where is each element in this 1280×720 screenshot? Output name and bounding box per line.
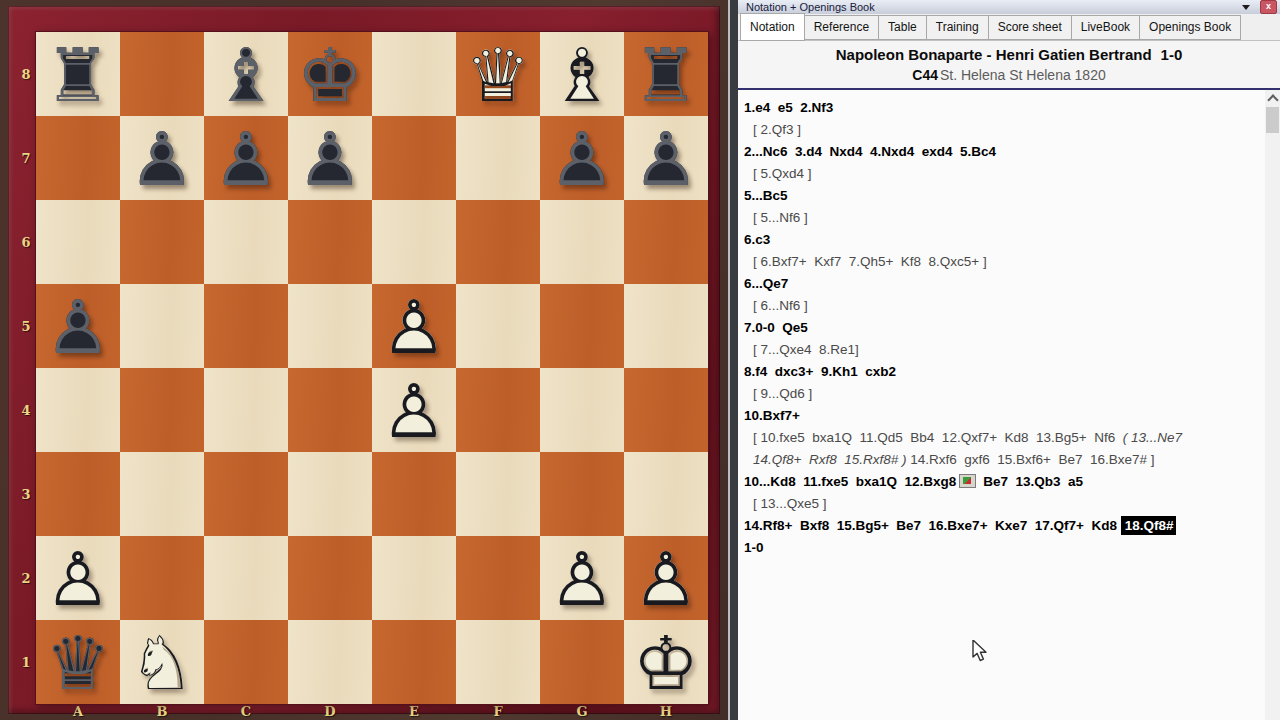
- rank-label-6: 6: [16, 200, 36, 284]
- square-a5[interactable]: ♟♙: [36, 284, 120, 368]
- piece-outline: ♗: [540, 32, 624, 116]
- square-b2[interactable]: [120, 536, 204, 620]
- notation-line[interactable]: 1-0: [744, 537, 1280, 559]
- mainline-moves[interactable]: 6...Qe7: [744, 276, 788, 291]
- file-label-d: D: [288, 703, 372, 720]
- piece-outline: ♘: [120, 620, 204, 704]
- square-c2[interactable]: [204, 536, 288, 620]
- rank-label-4: 4: [16, 368, 36, 452]
- square-c6[interactable]: [204, 200, 288, 284]
- tab-training[interactable]: Training: [926, 15, 988, 40]
- square-f2[interactable]: [456, 536, 540, 620]
- square-e6[interactable]: [372, 200, 456, 284]
- panel-title: Notation + Openings Book: [746, 0, 875, 14]
- notation-line[interactable]: 6...Qe7: [744, 273, 1280, 295]
- square-a2[interactable]: ♟♙: [36, 536, 120, 620]
- piece-outline: ♖: [624, 32, 708, 116]
- notation-area[interactable]: 1.e4 e5 2.Nf3[ 2.Qf3 ]2...Nc6 3.d4 Nxd4 …: [738, 90, 1280, 720]
- piece-outline: ♙: [372, 284, 456, 368]
- players-text: Napoleon Bonaparte - Henri Gatien Bertra…: [836, 46, 1152, 63]
- notation-line[interactable]: 7.0-0 Qe5: [744, 317, 1280, 339]
- square-d6[interactable]: [288, 200, 372, 284]
- tab-score-sheet[interactable]: Score sheet: [988, 15, 1071, 40]
- variation-moves[interactable]: [ 9...Qd6 ]: [753, 386, 812, 401]
- piece-white-king[interactable]: ♚♔: [624, 620, 708, 704]
- piece-black-pawn[interactable]: ♟♙: [288, 116, 372, 200]
- piece-outline: ♙: [204, 116, 288, 200]
- notation-line[interactable]: [ 6.Bxf7+ Kxf7 7.Qh5+ Kf8 8.Qxc5+ ]: [744, 251, 1280, 273]
- piece-white-bishop[interactable]: ♝♗: [540, 32, 624, 116]
- piece-outline: ♙: [540, 116, 624, 200]
- notation-line[interactable]: 10.Bxf7+: [744, 405, 1280, 427]
- mainline-moves[interactable]: Be7 13.Qb3 a5: [979, 474, 1083, 489]
- mainline-moves[interactable]: 7.0-0 Qe5: [744, 320, 808, 335]
- tab-openings-book[interactable]: Openings Book: [1139, 15, 1241, 40]
- variation-moves[interactable]: [ 6...Nf6 ]: [753, 298, 808, 313]
- square-c7[interactable]: ♟♙: [204, 116, 288, 200]
- square-a8[interactable]: ♜♖: [36, 32, 120, 116]
- mainline-moves[interactable]: 1.e4 e5 2.Nf3: [744, 100, 833, 115]
- game-event: C44St. Helena St Helena 1820: [738, 66, 1280, 85]
- square-h7[interactable]: ♟♙: [624, 116, 708, 200]
- square-a6[interactable]: [36, 200, 120, 284]
- square-d7[interactable]: ♟♙: [288, 116, 372, 200]
- square-g4[interactable]: [540, 368, 624, 452]
- square-b1[interactable]: ♞♘: [120, 620, 204, 704]
- piece-black-king[interactable]: ♚♔: [288, 32, 372, 116]
- square-b8[interactable]: [120, 32, 204, 116]
- square-d5[interactable]: [288, 284, 372, 368]
- notation-line[interactable]: 14.Qf8+ Rxf8 15.Rxf8# ) 14.Rxf6 gxf6 15.…: [744, 449, 1280, 471]
- mainline-moves[interactable]: 2...Nc6 3.d4 Nxd4 4.Nxd4 exd4 5.Bc4: [744, 144, 996, 159]
- piece-white-queen[interactable]: ♛♕: [456, 32, 540, 116]
- square-b4[interactable]: [120, 368, 204, 452]
- square-d1[interactable]: [288, 620, 372, 704]
- piece-black-pawn[interactable]: ♟♙: [540, 116, 624, 200]
- square-d4[interactable]: [288, 368, 372, 452]
- square-g2[interactable]: ♟♙: [540, 536, 624, 620]
- piece-outline: ♙: [624, 116, 708, 200]
- square-e7[interactable]: [372, 116, 456, 200]
- square-e8[interactable]: [372, 32, 456, 116]
- tab-livebook[interactable]: LiveBook: [1071, 15, 1139, 40]
- piece-white-pawn[interactable]: ♟♙: [36, 536, 120, 620]
- square-d8[interactable]: ♚♔: [288, 32, 372, 116]
- square-b3[interactable]: [120, 452, 204, 536]
- file-label-g: G: [540, 703, 624, 720]
- square-d2[interactable]: [288, 536, 372, 620]
- square-f7[interactable]: [456, 116, 540, 200]
- close-icon[interactable]: x: [1260, 0, 1277, 14]
- game-result: 1-0: [1161, 46, 1183, 63]
- piece-black-pawn[interactable]: ♟♙: [624, 116, 708, 200]
- piece-white-pawn[interactable]: ♟♙: [372, 368, 456, 452]
- square-d3[interactable]: [288, 452, 372, 536]
- square-a7[interactable]: [36, 116, 120, 200]
- rank-labels: 87654321: [16, 32, 36, 704]
- tab-reference[interactable]: Reference: [805, 15, 878, 40]
- notation-line[interactable]: [ 5.Qxd4 ]: [744, 163, 1280, 185]
- variation-moves[interactable]: [ 5...Nf6 ]: [753, 210, 808, 225]
- square-g6[interactable]: [540, 200, 624, 284]
- variation-moves[interactable]: [ 6.Bxf7+ Kxf7 7.Qh5+ Kf8 8.Qxc5+ ]: [753, 254, 987, 269]
- piece-black-pawn[interactable]: ♟♙: [36, 284, 120, 368]
- piece-outline: ♙: [288, 116, 372, 200]
- piece-black-queen[interactable]: ♛♕: [36, 620, 120, 704]
- mainline-moves[interactable]: 5...Bc5: [744, 188, 788, 203]
- scrollbar[interactable]: [1265, 90, 1280, 720]
- piece-outline: ♙: [36, 536, 120, 620]
- variation-moves[interactable]: [ 5.Qxd4 ]: [753, 166, 812, 181]
- square-h6[interactable]: [624, 200, 708, 284]
- square-a4[interactable]: [36, 368, 120, 452]
- app-window: 87654321 ABCDEFGH ♜♖♝♗♚♔♛♕♝♗♜♖♟♙♟♙♟♙♟♙♟♙…: [0, 0, 1280, 720]
- variation-moves[interactable]: 14.Rxf6 gxf6 15.Bxf6+ Be7 16.Bxe7# ]: [910, 452, 1154, 467]
- piece-black-bishop[interactable]: ♝♗: [204, 32, 288, 116]
- square-b6[interactable]: [120, 200, 204, 284]
- square-e5[interactable]: ♟♙: [372, 284, 456, 368]
- rank-label-7: 7: [16, 116, 36, 200]
- piece-outline: ♙: [540, 536, 624, 620]
- piece-outline: ♙: [624, 536, 708, 620]
- variation-moves[interactable]: ( 13...Ne7: [1123, 430, 1182, 445]
- event-text: St. Helena St Helena 1820: [940, 67, 1106, 83]
- current-move[interactable]: 18.Qf8#: [1121, 516, 1177, 535]
- square-a3[interactable]: [36, 452, 120, 536]
- mainline-moves[interactable]: 6.c3: [744, 232, 770, 247]
- notation-line[interactable]: 8.f4 dxc3+ 9.Kh1 cxb2: [744, 361, 1280, 383]
- square-h5[interactable]: [624, 284, 708, 368]
- mouse-cursor: [972, 640, 992, 664]
- square-g7[interactable]: ♟♙: [540, 116, 624, 200]
- mainline-moves[interactable]: 10.Bxf7+: [744, 408, 800, 423]
- square-f1[interactable]: [456, 620, 540, 704]
- square-e4[interactable]: ♟♙: [372, 368, 456, 452]
- notation-line[interactable]: [ 10.fxe5 bxa1Q 11.Qd5 Bb4 12.Qxf7+ Kd8 …: [744, 427, 1280, 449]
- variation-moves[interactable]: 14.Qf8+ Rxf8 15.Rxf8# ): [753, 452, 910, 467]
- piece-black-pawn[interactable]: ♟♙: [204, 116, 288, 200]
- square-e1[interactable]: [372, 620, 456, 704]
- piece-white-knight[interactable]: ♞♘: [120, 620, 204, 704]
- variation-moves[interactable]: [ 13...Qxe5 ]: [753, 496, 827, 511]
- notation-line[interactable]: [ 9...Qd6 ]: [744, 383, 1280, 405]
- notation-line[interactable]: 2...Nc6 3.d4 Nxd4 4.Nxd4 exd4 5.Bc4: [744, 141, 1280, 163]
- square-c8[interactable]: ♝♗: [204, 32, 288, 116]
- piece-black-rook[interactable]: ♜♖: [624, 32, 708, 116]
- square-e2[interactable]: [372, 536, 456, 620]
- notation-panel: Notation + Openings Book x NotationRefer…: [738, 0, 1280, 720]
- mainline-moves[interactable]: 10...Kd8 11.fxe5 bxa1Q 12.Bxg8: [744, 474, 956, 489]
- dropdown-caret-icon[interactable]: [1242, 5, 1250, 14]
- mainline-moves[interactable]: 14.Rf8+ Bxf8 15.Bg5+ Be7 16.Bxe7+ Kxe7 1…: [744, 518, 1121, 533]
- game-players: Napoleon Bonaparte - Henri Gatien Bertra…: [738, 44, 1280, 66]
- square-h8[interactable]: ♜♖: [624, 32, 708, 116]
- piece-black-rook[interactable]: ♜♖: [36, 32, 120, 116]
- square-h3[interactable]: [624, 452, 708, 536]
- square-f6[interactable]: [456, 200, 540, 284]
- tab-bar: NotationReferenceTableTrainingScore shee…: [738, 14, 1280, 41]
- square-c4[interactable]: [204, 368, 288, 452]
- square-c5[interactable]: [204, 284, 288, 368]
- square-f8[interactable]: ♛♕: [456, 32, 540, 116]
- piece-white-pawn[interactable]: ♟♙: [372, 284, 456, 368]
- panel-titlebar[interactable]: Notation + Openings Book x: [738, 0, 1280, 14]
- square-f4[interactable]: [456, 368, 540, 452]
- square-c3[interactable]: [204, 452, 288, 536]
- file-label-e: E: [372, 703, 456, 720]
- rank-label-2: 2: [16, 536, 36, 620]
- square-h4[interactable]: [624, 368, 708, 452]
- piece-white-pawn[interactable]: ♟♙: [540, 536, 624, 620]
- square-h2[interactable]: ♟♙: [624, 536, 708, 620]
- notation-line[interactable]: [ 13...Qxe5 ]: [744, 493, 1280, 515]
- piece-outline: ♙: [36, 284, 120, 368]
- notation-line[interactable]: [ 5...Nf6 ]: [744, 207, 1280, 229]
- tab-table[interactable]: Table: [878, 15, 926, 40]
- pane-divider[interactable]: [730, 0, 738, 720]
- variation-moves[interactable]: [ 10.fxe5 bxa1Q 11.Qd5 Bb4 12.Qxf7+ Kd8 …: [753, 430, 1123, 445]
- piece-outline: ♙: [120, 116, 204, 200]
- piece-outline: ♕: [36, 620, 120, 704]
- square-a1[interactable]: ♛♕: [36, 620, 120, 704]
- piece-outline: ♖: [36, 32, 120, 116]
- file-label-f: F: [456, 703, 540, 720]
- square-g5[interactable]: [540, 284, 624, 368]
- notation-line[interactable]: 1.e4 e5 2.Nf3: [744, 97, 1280, 119]
- notation-line[interactable]: 10...Kd8 11.fxe5 bxa1Q 12.Bxg8 Be7 13.Qb…: [744, 471, 1280, 493]
- eco-code: C44: [912, 67, 938, 83]
- square-b7[interactable]: ♟♙: [120, 116, 204, 200]
- notation-line[interactable]: 14.Rf8+ Bxf8 15.Bg5+ Be7 16.Bxe7+ Kxe7 1…: [744, 515, 1280, 537]
- piece-outline: ♔: [288, 32, 372, 116]
- board-pane: 87654321 ABCDEFGH ♜♖♝♗♚♔♛♕♝♗♜♖♟♙♟♙♟♙♟♙♟♙…: [0, 0, 728, 720]
- diagram-annotation-icon[interactable]: [959, 474, 976, 488]
- rank-label-8: 8: [16, 32, 36, 116]
- piece-outline: ♔: [624, 620, 708, 704]
- mainline-moves[interactable]: 1-0: [744, 540, 764, 555]
- square-b5[interactable]: [120, 284, 204, 368]
- piece-white-pawn[interactable]: ♟♙: [624, 536, 708, 620]
- square-c1[interactable]: [204, 620, 288, 704]
- square-f5[interactable]: [456, 284, 540, 368]
- rank-label-1: 1: [16, 620, 36, 704]
- square-h1[interactable]: ♚♔: [624, 620, 708, 704]
- notation-line[interactable]: [ 6...Nf6 ]: [744, 295, 1280, 317]
- variation-moves[interactable]: [ 7...Qxe4 8.Re1]: [753, 342, 859, 357]
- square-f3[interactable]: [456, 452, 540, 536]
- file-label-c: C: [204, 703, 288, 720]
- rank-label-5: 5: [16, 284, 36, 368]
- square-e3[interactable]: [372, 452, 456, 536]
- square-g8[interactable]: ♝♗: [540, 32, 624, 116]
- piece-black-pawn[interactable]: ♟♙: [120, 116, 204, 200]
- scroll-up-icon[interactable]: [1267, 94, 1278, 105]
- rank-label-3: 3: [16, 452, 36, 536]
- square-g3[interactable]: [540, 452, 624, 536]
- piece-outline: ♕: [456, 32, 540, 116]
- scrollbar-thumb[interactable]: [1266, 107, 1279, 133]
- square-g1[interactable]: [540, 620, 624, 704]
- notation-line[interactable]: 5...Bc5: [744, 185, 1280, 207]
- tab-notation[interactable]: Notation: [740, 13, 805, 41]
- game-header: Napoleon Bonaparte - Henri Gatien Bertra…: [738, 41, 1280, 90]
- piece-outline: ♗: [204, 32, 288, 116]
- variation-moves[interactable]: [ 2.Qf3 ]: [753, 122, 801, 137]
- notation-line[interactable]: [ 7...Qxe4 8.Re1]: [744, 339, 1280, 361]
- chess-board[interactable]: ♜♖♝♗♚♔♛♕♝♗♜♖♟♙♟♙♟♙♟♙♟♙♟♙♟♙♟♙♟♙♟♙♟♙♛♕♞♘♚♔: [36, 32, 708, 704]
- notation-line[interactable]: [ 2.Qf3 ]: [744, 119, 1280, 141]
- notation-line[interactable]: 6.c3: [744, 229, 1280, 251]
- board-frame: 87654321 ABCDEFGH ♜♖♝♗♚♔♛♕♝♗♜♖♟♙♟♙♟♙♟♙♟♙…: [8, 6, 720, 714]
- piece-outline: ♙: [372, 368, 456, 452]
- mainline-moves[interactable]: 8.f4 dxc3+ 9.Kh1 cxb2: [744, 364, 896, 379]
